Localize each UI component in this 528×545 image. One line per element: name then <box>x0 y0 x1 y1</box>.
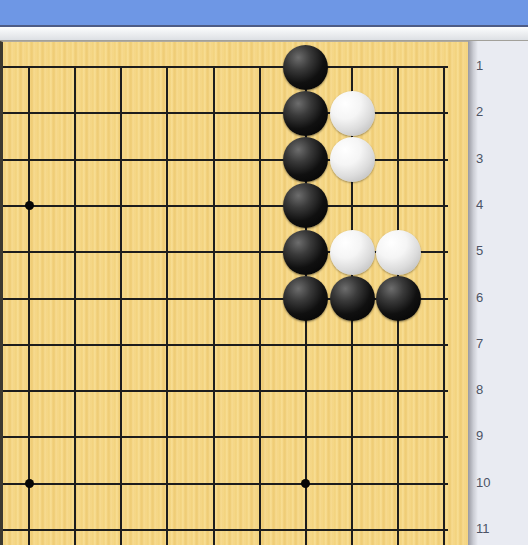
grid-line-horizontal <box>0 390 448 392</box>
grid-line-vertical <box>443 66 445 545</box>
grid-line-vertical <box>74 66 76 545</box>
row-label: 6 <box>476 290 500 306</box>
row-coordinate-strip: 1234567891011 <box>468 41 528 545</box>
grid-line-vertical <box>120 66 122 545</box>
black-stone <box>283 91 328 136</box>
black-stone <box>283 137 328 182</box>
window-top-bar <box>0 0 528 27</box>
black-stone <box>283 230 328 275</box>
row-label: 11 <box>476 521 500 537</box>
header-band <box>0 27 528 41</box>
row-label: 4 <box>476 197 500 213</box>
black-stone <box>283 183 328 228</box>
grid-line-vertical <box>28 66 30 545</box>
white-stone <box>330 230 375 275</box>
row-label: 8 <box>476 382 500 398</box>
grid-line-horizontal <box>0 159 448 161</box>
star-point <box>25 479 34 488</box>
grid-line-vertical <box>213 66 215 545</box>
white-stone <box>330 137 375 182</box>
black-stone <box>283 45 328 90</box>
row-label: 7 <box>476 336 500 352</box>
grid-line-horizontal <box>0 344 448 346</box>
grid-line-vertical <box>166 66 168 545</box>
grid-line-horizontal <box>0 112 448 114</box>
row-label: 10 <box>476 475 500 491</box>
black-stone <box>330 276 375 321</box>
star-point <box>25 201 34 210</box>
row-label: 5 <box>476 243 500 259</box>
grid-line-horizontal <box>0 66 448 68</box>
go-board[interactable] <box>0 41 468 545</box>
row-label: 2 <box>476 104 500 120</box>
white-stone <box>330 91 375 136</box>
black-stone <box>376 276 421 321</box>
grid-line-horizontal <box>0 529 448 531</box>
grid-line-horizontal <box>0 436 448 438</box>
row-label: 3 <box>476 151 500 167</box>
go-app-window: 1234567891011 <box>0 0 528 545</box>
row-label: 9 <box>476 428 500 444</box>
grid-line-vertical <box>259 66 261 545</box>
star-point <box>301 479 310 488</box>
grid-line-horizontal <box>0 205 448 207</box>
grid-line-horizontal <box>0 483 448 485</box>
white-stone <box>376 230 421 275</box>
row-label: 1 <box>476 58 500 74</box>
black-stone <box>283 276 328 321</box>
